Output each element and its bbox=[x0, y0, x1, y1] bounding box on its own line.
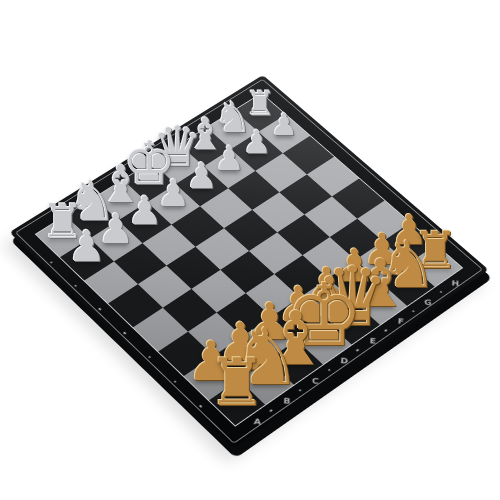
file-label-b: B bbox=[279, 396, 294, 406]
frame-rivet-dot bbox=[412, 310, 416, 313]
file-label-c: C bbox=[308, 376, 323, 386]
frame-rivet-dot bbox=[439, 290, 443, 293]
frame-rivet-dot bbox=[148, 355, 152, 358]
frame-rivet-dot bbox=[50, 261, 54, 264]
board-grid bbox=[36, 94, 462, 426]
frame-rivet-dot bbox=[173, 380, 177, 383]
chess-set-photo: ABCDEFGH ♜♞♝♚♛♝♞♜♟♟♟♟♟♟♟♟♟♟♟♟♟♟♟♟♜♞♝♚♛♝♞… bbox=[0, 0, 500, 500]
file-label-d: D bbox=[337, 356, 352, 365]
frame-rivet-dot bbox=[98, 308, 102, 311]
file-label-h: H bbox=[448, 279, 462, 288]
frame-rivet-dot bbox=[74, 284, 78, 287]
file-label-f: F bbox=[393, 317, 407, 326]
frame-rivet-dot bbox=[384, 329, 388, 332]
frame-rivet-dot bbox=[269, 409, 273, 412]
file-label-g: G bbox=[421, 298, 435, 307]
file-label-a: A bbox=[249, 417, 264, 427]
frame-rivet-dot bbox=[298, 389, 302, 392]
frame-rivet-dot bbox=[327, 368, 331, 371]
frame-rivet-dot bbox=[199, 405, 203, 408]
frame-rivet-dot bbox=[356, 348, 360, 351]
file-label-e: E bbox=[365, 336, 380, 345]
board-frame: ABCDEFGH bbox=[9, 75, 488, 449]
frame-rivet-dot bbox=[123, 331, 127, 334]
